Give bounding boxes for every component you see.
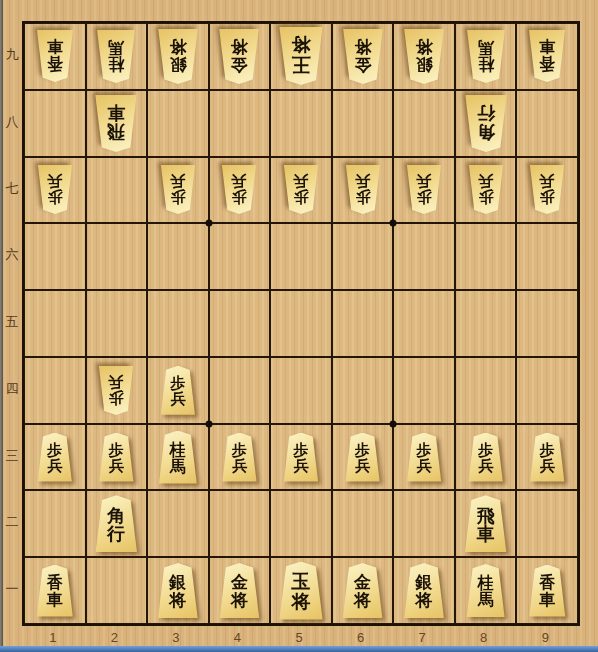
square-9-8[interactable] bbox=[516, 90, 578, 157]
square-2-9[interactable]: 桂馬 bbox=[86, 23, 148, 90]
rank-label-7: 七 bbox=[3, 180, 21, 198]
piece-body: 角行 bbox=[463, 95, 509, 152]
piece-lance-bottom[interactable]: 香車 bbox=[35, 565, 75, 617]
hoshi-dot bbox=[205, 220, 212, 227]
piece-body: 歩兵 bbox=[220, 165, 258, 214]
piece-bishop-top[interactable]: 角行 bbox=[463, 95, 509, 152]
piece-body: 歩兵 bbox=[528, 165, 566, 214]
piece-body: 金将 bbox=[341, 29, 385, 84]
square-1-2[interactable] bbox=[24, 490, 86, 557]
piece-body: 歩兵 bbox=[36, 433, 74, 482]
piece-pawn-top[interactable]: 歩兵 bbox=[159, 165, 197, 214]
piece-kanji-label: 歩兵 bbox=[170, 173, 186, 207]
piece-kanji-label: 桂馬 bbox=[169, 439, 186, 475]
piece-body: 歩兵 bbox=[467, 433, 505, 482]
piece-kanji-label: 香車 bbox=[539, 572, 556, 608]
piece-kanji-label: 銀将 bbox=[415, 37, 433, 75]
piece-kanji-label: 香車 bbox=[46, 38, 63, 74]
piece-kanji-label: 飛車 bbox=[107, 103, 126, 143]
file-label-2: 2 bbox=[104, 630, 124, 645]
square-2-8[interactable]: 飛車 bbox=[86, 90, 148, 157]
square-4-6[interactable] bbox=[209, 223, 271, 290]
square-2-5[interactable] bbox=[86, 290, 148, 357]
file-label-4: 4 bbox=[227, 630, 247, 645]
piece-kanji-label: 歩兵 bbox=[293, 173, 309, 207]
piece-pawn-top[interactable]: 歩兵 bbox=[467, 165, 505, 214]
square-3-8[interactable] bbox=[147, 90, 209, 157]
rank-label-2: 二 bbox=[3, 513, 21, 531]
piece-kanji-label: 王将 bbox=[291, 35, 312, 78]
piece-kanji-label: 歩兵 bbox=[47, 440, 63, 474]
square-9-6[interactable] bbox=[516, 223, 578, 290]
piece-pawn-top[interactable]: 歩兵 bbox=[282, 165, 320, 214]
piece-body: 歩兵 bbox=[36, 165, 74, 214]
rank-label-4: 四 bbox=[3, 380, 21, 398]
square-4-9[interactable]: 金将 bbox=[209, 23, 271, 90]
piece-body: 歩兵 bbox=[467, 165, 505, 214]
piece-pawn-bottom[interactable]: 歩兵 bbox=[405, 433, 443, 482]
piece-pawn-bottom[interactable]: 歩兵 bbox=[36, 433, 74, 482]
square-5-3[interactable]: 歩兵 bbox=[270, 424, 332, 491]
piece-kanji-label: 歩兵 bbox=[231, 173, 247, 207]
piece-pawn-top[interactable]: 歩兵 bbox=[220, 165, 258, 214]
piece-lance-top[interactable]: 香車 bbox=[527, 30, 567, 82]
piece-body: 香車 bbox=[35, 565, 75, 617]
square-3-1[interactable]: 銀将 bbox=[147, 557, 209, 624]
piece-body: 歩兵 bbox=[344, 433, 382, 482]
square-2-4[interactable]: 歩兵 bbox=[86, 357, 148, 424]
square-8-2[interactable]: 飛車 bbox=[455, 490, 517, 557]
piece-silver-top[interactable]: 銀将 bbox=[402, 29, 446, 84]
piece-body: 桂馬 bbox=[95, 30, 137, 83]
piece-kanji-label: 歩兵 bbox=[354, 173, 370, 207]
piece-body: 金将 bbox=[217, 29, 261, 84]
piece-body: 角行 bbox=[93, 495, 139, 552]
piece-pawn-bottom[interactable]: 歩兵 bbox=[159, 366, 197, 415]
file-label-6: 6 bbox=[351, 630, 371, 645]
square-1-1[interactable]: 香車 bbox=[24, 557, 86, 624]
square-7-3[interactable]: 歩兵 bbox=[393, 424, 455, 491]
square-2-2[interactable]: 角行 bbox=[86, 490, 148, 557]
square-2-1[interactable] bbox=[86, 557, 148, 624]
square-6-8[interactable] bbox=[332, 90, 394, 157]
piece-body: 歩兵 bbox=[528, 433, 566, 482]
piece-body: 金将 bbox=[217, 563, 261, 618]
rank-label-9: 九 bbox=[3, 46, 21, 64]
piece-gold-bottom[interactable]: 金将 bbox=[217, 563, 261, 618]
square-9-5[interactable] bbox=[516, 290, 578, 357]
piece-body: 歩兵 bbox=[405, 165, 443, 214]
piece-kanji-label: 歩兵 bbox=[354, 440, 370, 474]
square-5-9[interactable]: 王将 bbox=[270, 23, 332, 90]
piece-knight-bottom[interactable]: 桂馬 bbox=[465, 564, 507, 617]
piece-pawn-bottom[interactable]: 歩兵 bbox=[528, 433, 566, 482]
piece-kanji-label: 歩兵 bbox=[478, 173, 494, 207]
square-7-6[interactable] bbox=[393, 223, 455, 290]
piece-gold-top[interactable]: 金将 bbox=[217, 29, 261, 84]
piece-body: 歩兵 bbox=[282, 165, 320, 214]
piece-body: 歩兵 bbox=[159, 366, 197, 415]
window-left-edge bbox=[0, 0, 3, 652]
piece-pawn-top[interactable]: 歩兵 bbox=[528, 165, 566, 214]
piece-gold-top[interactable]: 金将 bbox=[341, 29, 385, 84]
file-label-9: 9 bbox=[535, 630, 555, 645]
square-6-3[interactable]: 歩兵 bbox=[332, 424, 394, 491]
square-8-1[interactable]: 桂馬 bbox=[455, 557, 517, 624]
square-6-4[interactable] bbox=[332, 357, 394, 424]
piece-body: 王将 bbox=[277, 27, 325, 85]
square-7-2[interactable] bbox=[393, 490, 455, 557]
piece-kanji-label: 銀将 bbox=[415, 571, 433, 609]
piece-lance-bottom[interactable]: 香車 bbox=[527, 565, 567, 617]
square-1-4[interactable] bbox=[24, 357, 86, 424]
square-5-5[interactable] bbox=[270, 290, 332, 357]
rank-label-5: 五 bbox=[3, 313, 21, 331]
square-7-5[interactable] bbox=[393, 290, 455, 357]
piece-pawn-bottom[interactable]: 歩兵 bbox=[344, 433, 382, 482]
file-label-1: 1 bbox=[43, 630, 63, 645]
square-6-9[interactable]: 金将 bbox=[332, 23, 394, 90]
file-label-5: 5 bbox=[289, 630, 309, 645]
file-label-7: 7 bbox=[412, 630, 432, 645]
piece-pawn-bottom[interactable]: 歩兵 bbox=[467, 433, 505, 482]
piece-body: 歩兵 bbox=[159, 165, 197, 214]
piece-kanji-label: 桂馬 bbox=[477, 38, 494, 74]
square-4-5[interactable] bbox=[209, 290, 271, 357]
piece-kanji-label: 金将 bbox=[230, 571, 248, 609]
piece-pawn-bottom[interactable]: 歩兵 bbox=[282, 433, 320, 482]
piece-kanji-label: 歩兵 bbox=[539, 440, 555, 474]
piece-kanji-label: 金将 bbox=[230, 37, 248, 75]
piece-body: 銀将 bbox=[156, 29, 200, 84]
square-8-9[interactable]: 桂馬 bbox=[455, 23, 517, 90]
square-6-5[interactable] bbox=[332, 290, 394, 357]
piece-silver-bottom[interactable]: 銀将 bbox=[402, 563, 446, 618]
piece-body: 歩兵 bbox=[344, 165, 382, 214]
square-4-3[interactable]: 歩兵 bbox=[209, 424, 271, 491]
hoshi-dot bbox=[390, 220, 397, 227]
piece-pawn-bottom[interactable]: 歩兵 bbox=[97, 433, 135, 482]
square-3-3[interactable]: 桂馬 bbox=[147, 424, 209, 491]
square-2-7[interactable] bbox=[86, 157, 148, 224]
piece-kanji-label: 香車 bbox=[46, 572, 63, 608]
square-2-3[interactable]: 歩兵 bbox=[86, 424, 148, 491]
square-7-7[interactable]: 歩兵 bbox=[393, 157, 455, 224]
square-4-7[interactable]: 歩兵 bbox=[209, 157, 271, 224]
piece-rook-top[interactable]: 飛車 bbox=[93, 95, 139, 152]
piece-body: 香車 bbox=[527, 30, 567, 82]
piece-body: 歩兵 bbox=[97, 433, 135, 482]
piece-kanji-label: 桂馬 bbox=[108, 38, 125, 74]
square-3-4[interactable]: 歩兵 bbox=[147, 357, 209, 424]
window-bottom-bar bbox=[0, 646, 598, 652]
square-7-1[interactable]: 銀将 bbox=[393, 557, 455, 624]
piece-lance-top[interactable]: 香車 bbox=[35, 30, 75, 82]
shogi-board: 香車桂馬銀将金将王将金将銀将桂馬香車飛車角行歩兵歩兵歩兵歩兵歩兵歩兵歩兵歩兵歩兵… bbox=[22, 21, 580, 626]
square-8-6[interactable] bbox=[455, 223, 517, 290]
piece-bishop-bottom[interactable]: 角行 bbox=[93, 495, 139, 552]
piece-kanji-label: 歩兵 bbox=[108, 440, 124, 474]
piece-kanji-label: 歩兵 bbox=[539, 173, 555, 207]
square-3-5[interactable] bbox=[147, 290, 209, 357]
square-9-7[interactable]: 歩兵 bbox=[516, 157, 578, 224]
piece-gold-bottom[interactable]: 金将 bbox=[341, 563, 385, 618]
piece-body: 桂馬 bbox=[157, 431, 199, 484]
piece-kanji-label: 香車 bbox=[539, 38, 556, 74]
piece-knight-top[interactable]: 桂馬 bbox=[95, 30, 137, 83]
piece-body: 銀将 bbox=[156, 563, 200, 618]
piece-body: 歩兵 bbox=[282, 433, 320, 482]
piece-body: 桂馬 bbox=[465, 564, 507, 617]
piece-kanji-label: 歩兵 bbox=[416, 173, 432, 207]
hoshi-dot bbox=[205, 420, 212, 427]
piece-kanji-label: 金将 bbox=[353, 571, 371, 609]
file-label-8: 8 bbox=[474, 630, 494, 645]
rank-label-6: 六 bbox=[3, 246, 21, 264]
piece-silver-top[interactable]: 銀将 bbox=[156, 29, 200, 84]
square-9-4[interactable] bbox=[516, 357, 578, 424]
square-8-8[interactable]: 角行 bbox=[455, 90, 517, 157]
piece-body: 飛車 bbox=[463, 495, 509, 552]
square-5-4[interactable] bbox=[270, 357, 332, 424]
piece-knight-top[interactable]: 桂馬 bbox=[465, 30, 507, 83]
piece-knight-bottom[interactable]: 桂馬 bbox=[157, 431, 199, 484]
piece-kanji-label: 歩兵 bbox=[108, 373, 124, 407]
square-7-8[interactable] bbox=[393, 90, 455, 157]
hoshi-dot bbox=[390, 420, 397, 427]
piece-silver-bottom[interactable]: 銀将 bbox=[156, 563, 200, 618]
piece-pawn-top[interactable]: 歩兵 bbox=[36, 165, 74, 214]
square-5-8[interactable] bbox=[270, 90, 332, 157]
square-7-9[interactable]: 銀将 bbox=[393, 23, 455, 90]
piece-pawn-top[interactable]: 歩兵 bbox=[97, 366, 135, 415]
piece-kanji-label: 金将 bbox=[353, 37, 371, 75]
rank-label-3: 三 bbox=[3, 447, 21, 465]
piece-kanji-label: 桂馬 bbox=[477, 572, 494, 608]
square-5-7[interactable]: 歩兵 bbox=[270, 157, 332, 224]
piece-kanji-label: 歩兵 bbox=[47, 173, 63, 207]
square-3-9[interactable]: 銀将 bbox=[147, 23, 209, 90]
piece-pawn-top[interactable]: 歩兵 bbox=[405, 165, 443, 214]
piece-body: 飛車 bbox=[93, 95, 139, 152]
square-8-3[interactable]: 歩兵 bbox=[455, 424, 517, 491]
piece-kanji-label: 歩兵 bbox=[231, 440, 247, 474]
square-8-5[interactable] bbox=[455, 290, 517, 357]
square-1-5[interactable] bbox=[24, 290, 86, 357]
piece-pawn-bottom[interactable]: 歩兵 bbox=[220, 433, 258, 482]
piece-body: 香車 bbox=[527, 565, 567, 617]
piece-kanji-label: 歩兵 bbox=[416, 440, 432, 474]
square-6-7[interactable]: 歩兵 bbox=[332, 157, 394, 224]
square-1-3[interactable]: 歩兵 bbox=[24, 424, 86, 491]
square-5-6[interactable] bbox=[270, 223, 332, 290]
shogi-app-window: 香車桂馬銀将金将王将金将銀将桂馬香車飛車角行歩兵歩兵歩兵歩兵歩兵歩兵歩兵歩兵歩兵… bbox=[0, 0, 598, 652]
square-9-3[interactable]: 歩兵 bbox=[516, 424, 578, 491]
piece-kanji-label: 歩兵 bbox=[293, 440, 309, 474]
piece-kanji-label: 歩兵 bbox=[478, 440, 494, 474]
piece-body: 香車 bbox=[35, 30, 75, 82]
rank-label-1: 一 bbox=[3, 580, 21, 598]
square-6-1[interactable]: 金将 bbox=[332, 557, 394, 624]
square-3-2[interactable] bbox=[147, 490, 209, 557]
piece-body: 歩兵 bbox=[405, 433, 443, 482]
square-9-9[interactable]: 香車 bbox=[516, 23, 578, 90]
piece-kanji-label: 飛車 bbox=[476, 504, 495, 544]
square-6-2[interactable] bbox=[332, 490, 394, 557]
square-9-1[interactable]: 香車 bbox=[516, 557, 578, 624]
piece-kanji-label: 玉将 bbox=[291, 569, 312, 612]
piece-kanji-label: 銀将 bbox=[169, 37, 187, 75]
square-4-8[interactable] bbox=[209, 90, 271, 157]
rank-label-8: 八 bbox=[3, 113, 21, 131]
piece-body: 歩兵 bbox=[220, 433, 258, 482]
square-4-4[interactable] bbox=[209, 357, 271, 424]
square-7-4[interactable] bbox=[393, 357, 455, 424]
file-label-3: 3 bbox=[166, 630, 186, 645]
square-2-6[interactable] bbox=[86, 223, 148, 290]
square-4-2[interactable] bbox=[209, 490, 271, 557]
square-8-4[interactable] bbox=[455, 357, 517, 424]
square-1-9[interactable]: 香車 bbox=[24, 23, 86, 90]
square-3-6[interactable] bbox=[147, 223, 209, 290]
square-8-7[interactable]: 歩兵 bbox=[455, 157, 517, 224]
square-1-7[interactable]: 歩兵 bbox=[24, 157, 86, 224]
piece-kanji-label: 角行 bbox=[107, 504, 126, 544]
piece-rook-bottom[interactable]: 飛車 bbox=[463, 495, 509, 552]
square-5-2[interactable] bbox=[270, 490, 332, 557]
square-4-1[interactable]: 金将 bbox=[209, 557, 271, 624]
piece-body: 桂馬 bbox=[465, 30, 507, 83]
piece-pawn-top[interactable]: 歩兵 bbox=[344, 165, 382, 214]
piece-body: 歩兵 bbox=[97, 366, 135, 415]
piece-kanji-label: 角行 bbox=[476, 103, 495, 143]
piece-king-bottom[interactable]: 玉将 bbox=[277, 562, 325, 620]
square-1-6[interactable] bbox=[24, 223, 86, 290]
square-1-8[interactable] bbox=[24, 90, 86, 157]
piece-king-top[interactable]: 王将 bbox=[277, 27, 325, 85]
square-6-6[interactable] bbox=[332, 223, 394, 290]
piece-kanji-label: 銀将 bbox=[169, 571, 187, 609]
piece-body: 銀将 bbox=[402, 563, 446, 618]
square-9-2[interactable] bbox=[516, 490, 578, 557]
piece-kanji-label: 歩兵 bbox=[170, 373, 186, 407]
piece-body: 銀将 bbox=[402, 29, 446, 84]
piece-body: 金将 bbox=[341, 563, 385, 618]
square-3-7[interactable]: 歩兵 bbox=[147, 157, 209, 224]
piece-body: 玉将 bbox=[277, 562, 325, 620]
square-5-1[interactable]: 玉将 bbox=[270, 557, 332, 624]
